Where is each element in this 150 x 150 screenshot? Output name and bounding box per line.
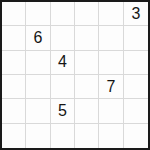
cell-r5-c4[interactable] xyxy=(75,99,99,123)
cell-r3-c3[interactable]: 4 xyxy=(51,51,75,75)
cell-r1-c1[interactable] xyxy=(2,2,26,26)
cell-r1-c2[interactable] xyxy=(26,2,50,26)
clue-number: 7 xyxy=(107,79,116,95)
cell-r1-c5[interactable] xyxy=(99,2,123,26)
cell-r4-c5[interactable]: 7 xyxy=(99,75,123,99)
cell-r2-c4[interactable] xyxy=(75,26,99,50)
cell-r3-c5[interactable] xyxy=(99,51,123,75)
cell-r3-c1[interactable] xyxy=(2,51,26,75)
cell-r5-c5[interactable] xyxy=(99,99,123,123)
cell-r5-c3[interactable]: 5 xyxy=(51,99,75,123)
cell-r1-c6[interactable]: 3 xyxy=(124,2,148,26)
puzzle-board: 36475 xyxy=(0,0,150,150)
cell-r5-c2[interactable] xyxy=(26,99,50,123)
cell-r4-c3[interactable] xyxy=(51,75,75,99)
cell-r4-c1[interactable] xyxy=(2,75,26,99)
cell-r4-c6[interactable] xyxy=(124,75,148,99)
clue-number: 3 xyxy=(131,6,140,22)
cell-r5-c1[interactable] xyxy=(2,99,26,123)
clue-number: 4 xyxy=(58,54,67,70)
cell-r2-c1[interactable] xyxy=(2,26,26,50)
cell-r4-c4[interactable] xyxy=(75,75,99,99)
cell-r4-c2[interactable] xyxy=(26,75,50,99)
clue-number: 5 xyxy=(58,103,67,119)
cell-r6-c4[interactable] xyxy=(75,124,99,148)
cell-r6-c1[interactable] xyxy=(2,124,26,148)
cell-r5-c6[interactable] xyxy=(124,99,148,123)
cell-r2-c5[interactable] xyxy=(99,26,123,50)
cell-r1-c4[interactable] xyxy=(75,2,99,26)
cell-r2-c2[interactable]: 6 xyxy=(26,26,50,50)
clue-number: 6 xyxy=(34,30,43,46)
cell-r2-c3[interactable] xyxy=(51,26,75,50)
cell-r1-c3[interactable] xyxy=(51,2,75,26)
cell-r2-c6[interactable] xyxy=(124,26,148,50)
cell-r3-c2[interactable] xyxy=(26,51,50,75)
cell-r6-c5[interactable] xyxy=(99,124,123,148)
cell-r3-c6[interactable] xyxy=(124,51,148,75)
cell-r6-c2[interactable] xyxy=(26,124,50,148)
cell-r3-c4[interactable] xyxy=(75,51,99,75)
cell-r6-c3[interactable] xyxy=(51,124,75,148)
cell-r6-c6[interactable] xyxy=(124,124,148,148)
